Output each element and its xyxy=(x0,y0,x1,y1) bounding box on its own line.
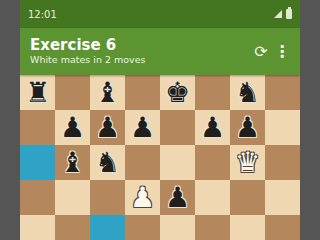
square-b5[interactable] xyxy=(55,180,90,215)
square-e6[interactable] xyxy=(160,145,195,180)
signal-icon xyxy=(274,10,282,18)
square-c5[interactable] xyxy=(90,180,125,215)
square-h5[interactable] xyxy=(265,180,300,215)
square-b8[interactable] xyxy=(55,75,90,110)
square-c7[interactable]: ♟ xyxy=(90,110,125,145)
square-b7[interactable]: ♟ xyxy=(55,110,90,145)
square-h4[interactable] xyxy=(265,215,300,240)
square-g8[interactable]: ♞ xyxy=(230,75,265,110)
square-g7[interactable]: ♟ xyxy=(230,110,265,145)
square-d8[interactable] xyxy=(125,75,160,110)
piece-black-pawn: ♟ xyxy=(95,110,120,145)
square-g5[interactable] xyxy=(230,180,265,215)
piece-black-pawn: ♟ xyxy=(130,110,155,145)
piece-white-pawn: ♟ xyxy=(130,180,155,215)
piece-black-pawn: ♟ xyxy=(165,180,190,215)
square-a5[interactable] xyxy=(20,180,55,215)
piece-black-rook: ♜ xyxy=(25,75,50,110)
square-a7[interactable] xyxy=(20,110,55,145)
piece-black-knight: ♞ xyxy=(235,75,260,110)
overflow-menu-icon[interactable]: ⋮ xyxy=(274,42,290,61)
app-window: 12:01 Exercise 6 White mates in 2 moves … xyxy=(20,0,300,240)
app-bar-titles: Exercise 6 White mates in 2 moves xyxy=(30,37,248,66)
square-e7[interactable] xyxy=(160,110,195,145)
piece-black-pawn: ♟ xyxy=(235,110,260,145)
square-d6[interactable] xyxy=(125,145,160,180)
square-b4[interactable] xyxy=(55,215,90,240)
exercise-subtitle: White mates in 2 moves xyxy=(30,54,248,66)
square-h7[interactable] xyxy=(265,110,300,145)
app-bar: Exercise 6 White mates in 2 moves ⟳ ⋮ xyxy=(20,28,300,75)
square-a6[interactable] xyxy=(20,145,55,180)
square-f4[interactable] xyxy=(195,215,230,240)
square-d5[interactable]: ♟ xyxy=(125,180,160,215)
status-bar: 12:01 xyxy=(20,0,300,28)
refresh-icon[interactable]: ⟳ xyxy=(248,42,274,61)
square-f5[interactable] xyxy=(195,180,230,215)
square-d7[interactable]: ♟ xyxy=(125,110,160,145)
square-g4[interactable] xyxy=(230,215,265,240)
square-c6[interactable]: ♞ xyxy=(90,145,125,180)
page-title: Exercise 6 xyxy=(30,37,248,54)
square-a8[interactable]: ♜ xyxy=(20,75,55,110)
square-e5[interactable]: ♟ xyxy=(160,180,195,215)
square-g6[interactable]: ♛ xyxy=(230,145,265,180)
square-h6[interactable] xyxy=(265,145,300,180)
square-e8[interactable]: ♚ xyxy=(160,75,195,110)
battery-icon xyxy=(286,9,292,19)
square-a4[interactable] xyxy=(20,215,55,240)
piece-white-queen: ♛ xyxy=(235,145,260,180)
piece-black-king: ♚ xyxy=(165,75,190,110)
square-b6[interactable]: ♝ xyxy=(55,145,90,180)
piece-black-pawn: ♟ xyxy=(60,110,85,145)
clock: 12:01 xyxy=(28,9,57,20)
square-c8[interactable]: ♝ xyxy=(90,75,125,110)
square-f8[interactable] xyxy=(195,75,230,110)
square-f7[interactable]: ♟ xyxy=(195,110,230,145)
piece-black-knight: ♞ xyxy=(95,145,120,180)
piece-black-pawn: ♟ xyxy=(200,110,225,145)
square-e4[interactable] xyxy=(160,215,195,240)
square-d4[interactable] xyxy=(125,215,160,240)
piece-black-bishop: ♝ xyxy=(95,75,120,110)
piece-black-bishop: ♝ xyxy=(60,145,85,180)
square-c4[interactable] xyxy=(90,215,125,240)
square-h8[interactable] xyxy=(265,75,300,110)
chess-board: ♜♝♚♞♟♟♟♟♟♝♞♛♟♟♟♞♜♟♟♟♚♝ xyxy=(20,75,300,240)
status-icons xyxy=(274,9,292,19)
square-f6[interactable] xyxy=(195,145,230,180)
